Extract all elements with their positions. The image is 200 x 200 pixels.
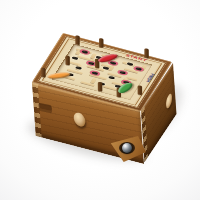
maze-peg <box>75 35 79 45</box>
maze-peg <box>41 67 45 77</box>
maze-wall-vertical <box>75 50 80 55</box>
red-leaf-piece <box>95 53 120 64</box>
maze-wall-vertical <box>90 78 96 83</box>
labyrinth-product-photo: START FINISH <box>0 0 200 200</box>
maze-hole-pink-rim <box>119 71 126 75</box>
ball-tray <box>110 136 146 162</box>
maze-hole-pink-rim <box>109 61 116 65</box>
maze-wall-vertical <box>141 65 147 70</box>
maze-peg <box>97 82 101 92</box>
maze-hole <box>126 62 133 66</box>
maze-peg <box>99 38 103 48</box>
maze-peg <box>137 85 141 95</box>
steel-ball <box>122 143 132 153</box>
maze-wall-horizontal <box>127 77 138 81</box>
maze-hole <box>71 56 78 60</box>
maze-hole <box>108 76 115 80</box>
maze-hole-pink-rim <box>81 50 88 54</box>
maze-peg <box>65 55 69 65</box>
maze-peg <box>144 48 148 58</box>
